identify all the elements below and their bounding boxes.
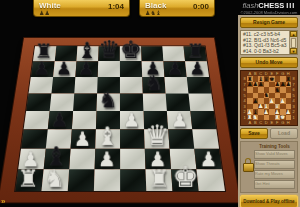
board-square-a4[interactable] <box>24 111 50 129</box>
board-square-g6[interactable] <box>164 77 188 94</box>
black-captured-pieces: ♟♞♝ <box>145 10 161 16</box>
board-square-e4[interactable]: ♟ <box>120 111 144 129</box>
training-tools-title: Training Tools <box>254 144 295 149</box>
save-button[interactable]: Save <box>240 128 268 139</box>
board-square-h6[interactable] <box>187 77 212 94</box>
board-square-a5[interactable] <box>26 94 51 111</box>
mini-board-panel: ABCDEFGH 87654321 ♜♝♛♚♜♟♟♟♟♟♟♞♞♟♟♟♟♝♛♟♝♟… <box>240 70 298 126</box>
sidebar: Resign Game #11. c2-c3 b5-b4#12. Bf1-d3 … <box>238 15 300 207</box>
training-show-valid-moves-button[interactable]: Show Valid Moves <box>254 150 295 159</box>
captured-piece-icon: ♝ <box>156 9 161 16</box>
board-square-b7[interactable]: ♟ <box>53 61 76 77</box>
resign-game-button[interactable]: Resign Game <box>240 17 298 28</box>
board-square-g7[interactable]: ♟ <box>163 61 186 77</box>
logo-chess-text: CHESS <box>258 1 284 10</box>
board-square-b4[interactable]: ♟ <box>48 111 73 129</box>
board-square-c5[interactable] <box>73 94 97 111</box>
board-square-e1[interactable] <box>120 169 146 191</box>
board-square-a1[interactable]: ♜ <box>15 169 43 191</box>
scroll-up-icon[interactable]: ▲ <box>290 31 297 37</box>
white-pawn[interactable]: ♟ <box>98 149 116 169</box>
board-square-h7[interactable]: ♟ <box>185 61 209 77</box>
board-square-f3[interactable]: ♛ <box>144 129 169 148</box>
white-rook[interactable]: ♜ <box>149 167 171 191</box>
board-square-a7[interactable]: ♟ <box>31 61 55 77</box>
white-pawn[interactable]: ♟ <box>200 149 218 169</box>
board-square-d1[interactable] <box>94 169 120 191</box>
training-tools-panel: Training Tools Show Valid Moves Show Thr… <box>240 141 298 193</box>
board-square-g4[interactable]: ♟ <box>167 111 192 129</box>
board-square-d2[interactable]: ♟ <box>95 149 120 170</box>
board-square-h3[interactable] <box>192 129 219 148</box>
captured-piece-icon: ♟ <box>44 9 49 16</box>
coordinate-label: 1 <box>291 115 296 121</box>
flashchess-app: ♜♝♛♚♜♟♟♟♟♟♟♞♞♟♟♟♟♝♛♟♝♟♟♟♜♞♜♚ White 1:04 … <box>0 0 300 207</box>
board-square-e8[interactable]: ♚ <box>120 46 142 61</box>
mini-board-rank-labels-right: 87654321 <box>291 76 296 120</box>
scrollbar-thumb[interactable] <box>291 38 296 48</box>
board-square-c1[interactable] <box>68 169 95 191</box>
white-player-badge: White 1:04 ♟♟ <box>33 0 130 17</box>
training-rate-my-moves-button[interactable]: Rate my Moves <box>254 170 295 179</box>
white-pawn[interactable]: ♟ <box>123 111 140 130</box>
black-pawn[interactable]: ♟ <box>56 60 72 78</box>
black-pawn[interactable]: ♟ <box>34 60 50 78</box>
scroll-down-icon[interactable]: ▼ <box>290 48 297 54</box>
board-square-b1[interactable]: ♞ <box>41 169 69 191</box>
corner-handle[interactable]: » <box>1 198 5 206</box>
board-square-e6[interactable] <box>120 77 143 94</box>
board-square-a6[interactable] <box>29 77 54 94</box>
black-pawn[interactable]: ♟ <box>168 60 184 78</box>
board-square-b6[interactable] <box>51 77 75 94</box>
black-queen[interactable]: ♛ <box>98 37 120 61</box>
training-get-hint-button[interactable]: Get Hint <box>254 180 295 189</box>
board-square-h5[interactable] <box>188 94 213 111</box>
black-player-badge: Black 0:00 ♟♞♝ <box>139 0 215 17</box>
board-frame: ♜♝♛♚♜♟♟♟♟♟♟♞♞♟♟♟♟♝♛♟♝♟♟♟♜♞♜♚ <box>0 37 238 203</box>
logo-flash-text: flash <box>243 1 259 10</box>
white-knight[interactable]: ♞ <box>44 167 66 191</box>
mini-board: ♜♝♛♚♜♟♟♟♟♟♟♞♞♟♟♟♟♝♛♟♝♟♟♟♜♞♜♚ <box>247 76 291 120</box>
board-square-d8[interactable]: ♛ <box>98 46 120 61</box>
board-square-c6[interactable] <box>74 77 97 94</box>
board-square-f5[interactable] <box>143 94 167 111</box>
black-knight[interactable]: ♞ <box>99 90 118 111</box>
logo-suffix-text: III <box>286 1 295 10</box>
board-square-c3[interactable]: ♟ <box>71 129 96 148</box>
board-square-d5[interactable]: ♞ <box>97 94 120 111</box>
lock-icon <box>243 158 253 172</box>
coordinate-label: H <box>286 120 292 125</box>
move-row: #14. 0-0 Ba3-b2 <box>243 49 289 55</box>
black-pawn[interactable]: ♟ <box>51 111 68 130</box>
board-square-g3[interactable] <box>168 129 194 148</box>
board-square-f6[interactable]: ♞ <box>142 77 165 94</box>
undo-move-button[interactable]: Undo Move <box>240 57 298 68</box>
board-square-c2[interactable] <box>69 149 95 170</box>
white-bishop[interactable]: ♝ <box>97 124 119 149</box>
move-list-scrollbar[interactable]: ▲ ▼ <box>289 31 297 54</box>
board-square-f1[interactable]: ♜ <box>146 169 173 191</box>
white-pawn[interactable]: ♟ <box>74 129 92 149</box>
chess-board-3d[interactable]: ♜♝♛♚♜♟♟♟♟♟♟♞♞♟♟♟♟♝♛♟♝♟♟♟♜♞♜♚ <box>14 46 226 192</box>
board-square-h4[interactable] <box>190 111 216 129</box>
white-king[interactable]: ♚ <box>172 162 198 192</box>
board-square-d7[interactable] <box>98 61 120 77</box>
black-clock: 0:00 <box>193 2 209 11</box>
training-show-threats-button[interactable]: Show Threats <box>254 160 295 169</box>
board-square-e2[interactable] <box>120 149 145 170</box>
board-square-h1[interactable] <box>196 169 224 191</box>
white-clock: 1:04 <box>108 2 124 11</box>
app-logo: flashCHESSIII ©2002-2008 MediaDivision.c… <box>239 2 299 15</box>
board-square-g1[interactable]: ♚ <box>171 169 199 191</box>
board-square-e3[interactable] <box>120 129 145 148</box>
board-square-d3[interactable]: ♝ <box>95 129 120 148</box>
move-list: #11. c2-c3 b5-b4#12. Bf1-d3 Nc6-d5#13. Q… <box>243 32 289 54</box>
white-pawn[interactable]: ♟ <box>172 111 189 130</box>
mini-board-file-labels-bottom: ABCDEFGH <box>241 120 297 125</box>
black-king[interactable]: ♚ <box>120 37 142 61</box>
board-square-c7[interactable]: ♟ <box>75 61 98 77</box>
board-square-a3[interactable] <box>21 129 48 148</box>
white-queen[interactable]: ♛ <box>145 121 170 149</box>
black-pawn[interactable]: ♟ <box>190 60 206 78</box>
board-scene: ♜♝♛♚♜♟♟♟♟♟♟♞♞♟♟♟♟♝♛♟♝♟♟♟♜♞♜♚ <box>0 15 238 207</box>
white-captured-pieces: ♟♟ <box>39 10 50 16</box>
black-pawn[interactable]: ♟ <box>79 60 95 78</box>
black-knight[interactable]: ♞ <box>145 73 164 94</box>
move-list-panel: #11. c2-c3 b5-b4#12. Bf1-d3 Nc6-d5#13. Q… <box>240 30 298 55</box>
download-play-offline-button[interactable]: Download & Play offline <box>240 195 298 207</box>
white-rook[interactable]: ♜ <box>18 167 40 191</box>
board-square-e7[interactable] <box>120 61 142 77</box>
load-button[interactable]: Load <box>270 128 298 139</box>
